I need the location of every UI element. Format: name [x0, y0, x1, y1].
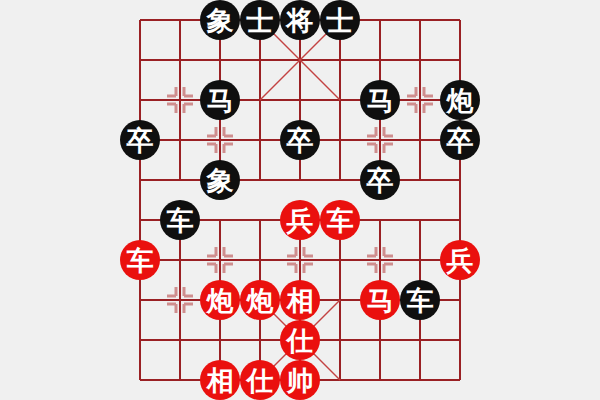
piece-red-chariot[interactable]: 车: [120, 240, 160, 280]
piece-black-chariot[interactable]: 车: [160, 200, 200, 240]
piece-black-horse[interactable]: 马: [360, 80, 400, 120]
piece-red-advisor[interactable]: 仕: [280, 320, 320, 360]
piece-black-soldier[interactable]: 卒: [120, 120, 160, 160]
piece-red-advisor[interactable]: 仕: [240, 360, 280, 400]
piece-black-general[interactable]: 将: [280, 0, 320, 40]
piece-black-elephant[interactable]: 象: [200, 160, 240, 200]
piece-red-soldier[interactable]: 兵: [280, 200, 320, 240]
piece-black-cannon[interactable]: 炮: [440, 80, 480, 120]
piece-red-cannon[interactable]: 炮: [200, 280, 240, 320]
pieces-layer: 象士将士马马炮卒卒卒象卒车兵车车兵炮炮相马车仕相仕帅: [120, 0, 480, 400]
piece-black-advisor[interactable]: 士: [320, 0, 360, 40]
piece-red-elephant[interactable]: 相: [200, 360, 240, 400]
piece-red-chariot[interactable]: 车: [320, 200, 360, 240]
piece-black-elephant[interactable]: 象: [200, 0, 240, 40]
piece-red-soldier[interactable]: 兵: [440, 240, 480, 280]
piece-red-horse[interactable]: 马: [360, 280, 400, 320]
piece-black-soldier[interactable]: 卒: [360, 160, 400, 200]
xiangqi-board: 象士将士马马炮卒卒卒象卒车兵车车兵炮炮相马车仕相仕帅: [0, 0, 600, 400]
piece-red-elephant[interactable]: 相: [280, 280, 320, 320]
piece-red-cannon[interactable]: 炮: [240, 280, 280, 320]
piece-black-chariot[interactable]: 车: [400, 280, 440, 320]
piece-black-soldier[interactable]: 卒: [440, 120, 480, 160]
piece-black-soldier[interactable]: 卒: [280, 120, 320, 160]
piece-black-advisor[interactable]: 士: [240, 0, 280, 40]
piece-red-general[interactable]: 帅: [280, 360, 320, 400]
piece-black-horse[interactable]: 马: [200, 80, 240, 120]
